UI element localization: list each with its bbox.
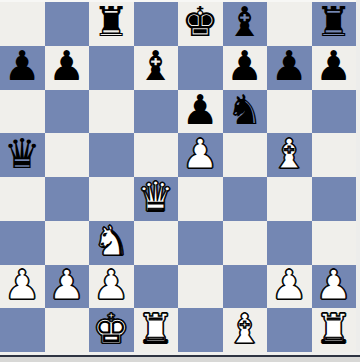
chess-board[interactable]: ♜♚♝♜♟♟♝♟♟♟♟♞♛♟♝♛♞♟♟♟♟♟♚♜♝♜ — [0, 2, 356, 352]
square-g4[interactable] — [267, 177, 312, 221]
square-d4[interactable]: ♛ — [134, 177, 179, 221]
square-d1[interactable]: ♜ — [134, 308, 179, 352]
square-a6[interactable] — [0, 90, 45, 134]
square-b5[interactable] — [45, 133, 90, 177]
white-bishop[interactable]: ♝ — [271, 134, 308, 175]
square-a8[interactable] — [0, 2, 45, 46]
square-a5[interactable]: ♛ — [0, 133, 45, 177]
square-h8[interactable]: ♜ — [312, 2, 357, 46]
square-c6[interactable] — [89, 90, 134, 134]
white-pawn[interactable]: ♟ — [4, 265, 41, 306]
square-e4[interactable] — [178, 177, 223, 221]
square-d5[interactable] — [134, 133, 179, 177]
window-right-edge — [356, 0, 360, 352]
square-c8[interactable]: ♜ — [89, 2, 134, 46]
window-bottom-edge — [0, 352, 360, 362]
square-h6[interactable] — [312, 90, 357, 134]
white-rook[interactable]: ♜ — [315, 309, 352, 350]
square-b2[interactable]: ♟ — [45, 265, 90, 309]
square-a4[interactable] — [0, 177, 45, 221]
square-a7[interactable]: ♟ — [0, 46, 45, 90]
square-b4[interactable] — [45, 177, 90, 221]
square-a2[interactable]: ♟ — [0, 265, 45, 309]
square-h2[interactable]: ♟ — [312, 265, 357, 309]
square-c7[interactable] — [89, 46, 134, 90]
square-b1[interactable] — [45, 308, 90, 352]
square-d2[interactable] — [134, 265, 179, 309]
square-c3[interactable]: ♞ — [89, 221, 134, 265]
black-pawn[interactable]: ♟ — [4, 46, 41, 87]
white-rook[interactable]: ♜ — [137, 309, 174, 350]
black-bishop[interactable]: ♝ — [137, 46, 174, 87]
square-h5[interactable] — [312, 133, 357, 177]
black-pawn[interactable]: ♟ — [226, 46, 263, 87]
white-king[interactable]: ♚ — [93, 309, 130, 350]
square-h7[interactable]: ♟ — [312, 46, 357, 90]
square-f8[interactable]: ♝ — [223, 2, 268, 46]
square-g2[interactable]: ♟ — [267, 265, 312, 309]
black-rook[interactable]: ♜ — [93, 2, 130, 43]
black-pawn[interactable]: ♟ — [182, 90, 219, 131]
square-d6[interactable] — [134, 90, 179, 134]
square-f7[interactable]: ♟ — [223, 46, 268, 90]
square-g7[interactable]: ♟ — [267, 46, 312, 90]
white-pawn[interactable]: ♟ — [48, 265, 85, 306]
square-d3[interactable] — [134, 221, 179, 265]
square-e6[interactable]: ♟ — [178, 90, 223, 134]
square-a3[interactable] — [0, 221, 45, 265]
white-pawn[interactable]: ♟ — [182, 134, 219, 175]
white-pawn[interactable]: ♟ — [93, 265, 130, 306]
square-f3[interactable] — [223, 221, 268, 265]
square-d8[interactable] — [134, 2, 179, 46]
square-e5[interactable]: ♟ — [178, 133, 223, 177]
black-bishop[interactable]: ♝ — [226, 2, 263, 43]
white-bishop[interactable]: ♝ — [226, 309, 263, 350]
square-g1[interactable] — [267, 308, 312, 352]
white-knight[interactable]: ♞ — [93, 221, 130, 262]
square-f5[interactable] — [223, 133, 268, 177]
square-h3[interactable] — [312, 221, 357, 265]
square-e7[interactable] — [178, 46, 223, 90]
square-d7[interactable]: ♝ — [134, 46, 179, 90]
black-pawn[interactable]: ♟ — [48, 46, 85, 87]
square-e8[interactable]: ♚ — [178, 2, 223, 46]
square-a1[interactable] — [0, 308, 45, 352]
square-c1[interactable]: ♚ — [89, 308, 134, 352]
square-g6[interactable] — [267, 90, 312, 134]
square-e1[interactable] — [178, 308, 223, 352]
square-c2[interactable]: ♟ — [89, 265, 134, 309]
bottom-status-strip — [0, 357, 360, 362]
square-h4[interactable] — [312, 177, 357, 221]
square-g3[interactable] — [267, 221, 312, 265]
square-b3[interactable] — [45, 221, 90, 265]
square-f1[interactable]: ♝ — [223, 308, 268, 352]
square-g8[interactable] — [267, 2, 312, 46]
square-b8[interactable] — [45, 2, 90, 46]
square-g5[interactable]: ♝ — [267, 133, 312, 177]
square-e3[interactable] — [178, 221, 223, 265]
square-h1[interactable]: ♜ — [312, 308, 357, 352]
square-f2[interactable] — [223, 265, 268, 309]
square-f6[interactable]: ♞ — [223, 90, 268, 134]
black-queen[interactable]: ♛ — [4, 134, 41, 175]
black-pawn[interactable]: ♟ — [271, 46, 308, 87]
chess-app-window: ♜♚♝♜♟♟♝♟♟♟♟♞♛♟♝♛♞♟♟♟♟♟♚♜♝♜ — [0, 0, 360, 362]
square-e2[interactable] — [178, 265, 223, 309]
square-b6[interactable] — [45, 90, 90, 134]
square-b7[interactable]: ♟ — [45, 46, 90, 90]
square-c4[interactable] — [89, 177, 134, 221]
black-pawn[interactable]: ♟ — [315, 46, 352, 87]
square-c5[interactable] — [89, 133, 134, 177]
black-king[interactable]: ♚ — [182, 2, 219, 43]
white-queen[interactable]: ♛ — [137, 177, 174, 218]
white-pawn[interactable]: ♟ — [271, 265, 308, 306]
black-knight[interactable]: ♞ — [226, 90, 263, 131]
black-rook[interactable]: ♜ — [315, 2, 352, 43]
square-f4[interactable] — [223, 177, 268, 221]
white-pawn[interactable]: ♟ — [315, 265, 352, 306]
